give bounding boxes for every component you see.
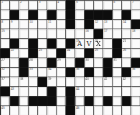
cell-r10c10[interactable] (85, 87, 94, 97)
cell-r9c11[interactable] (94, 77, 103, 87)
cell-r1c7[interactable]: 4 (57, 1, 66, 11)
cell-r4c6[interactable] (47, 29, 56, 39)
cell-r3c11[interactable]: 12 (94, 20, 103, 30)
cell-r2c1[interactable] (1, 10, 10, 20)
clue-number: 39 (48, 78, 51, 81)
cell-r4c1[interactable]: 15 (1, 29, 10, 39)
block-r3c8 (66, 20, 75, 30)
cell-r10c14[interactable] (122, 87, 131, 97)
cell-r7c5[interactable] (38, 58, 47, 68)
clue-number: 22 (11, 49, 14, 52)
cell-r12c15[interactable] (131, 106, 140, 115)
cell-r3c7[interactable] (57, 20, 66, 30)
clue-number: 44 (76, 87, 79, 90)
block-r2c6 (47, 10, 56, 20)
cell-r2c5[interactable] (38, 10, 47, 20)
cell-r6c15[interactable] (131, 49, 140, 59)
cell-r3c6[interactable]: 11 (47, 20, 56, 30)
cell-r5c9[interactable]: 19A (75, 39, 84, 49)
cell-r4c12[interactable]: 17 (103, 29, 112, 39)
block-r3c15 (131, 20, 140, 30)
cell-r3c12[interactable]: 13 (103, 20, 112, 30)
cell-r12c11[interactable] (94, 106, 103, 115)
clue-number: 37 (1, 78, 4, 81)
block-r11c8 (66, 96, 75, 106)
cell-r9c7[interactable] (57, 77, 66, 87)
cell-r11c3[interactable] (19, 96, 28, 106)
block-r11c6 (47, 96, 56, 106)
block-r10c1 (1, 87, 10, 97)
cell-r10c5[interactable] (38, 87, 47, 97)
clue-number: 46 (76, 106, 79, 109)
cell-r11c9[interactable] (75, 96, 84, 106)
cell-r2c9[interactable] (75, 10, 84, 20)
cell-r12c4[interactable] (29, 106, 38, 115)
clue-number: 2 (20, 1, 22, 4)
cell-r9c14[interactable]: 42 (122, 77, 131, 87)
clue-number: 27 (1, 58, 4, 61)
cell-r7c8[interactable] (66, 58, 75, 68)
cell-r9c9[interactable] (75, 77, 84, 87)
cell-r4c8[interactable] (66, 29, 75, 39)
clue-number: 5 (76, 1, 78, 4)
cell-r5c11[interactable]: 20X (94, 39, 103, 49)
cell-r9c15[interactable] (131, 77, 140, 87)
block-r6c7 (57, 49, 66, 59)
cell-r6c8[interactable]: 24 (66, 49, 75, 59)
cell-r3c9[interactable] (75, 20, 84, 30)
cell-r9c12[interactable]: 41 (103, 77, 112, 87)
clue-number: 15 (1, 30, 4, 33)
block-r3c10 (85, 20, 94, 30)
cell-r7c10[interactable]: 30 (85, 58, 94, 68)
cell-r4c14[interactable] (122, 29, 131, 39)
cell-r5c12[interactable] (103, 39, 112, 49)
cell-r10c3[interactable] (19, 87, 28, 97)
block-r11c10 (85, 96, 94, 106)
block-r6c1 (1, 49, 10, 59)
block-r8c14 (122, 68, 131, 78)
block-r8c12 (103, 68, 112, 78)
clue-number: 4 (57, 1, 59, 4)
cell-r11c15[interactable] (131, 96, 140, 106)
clue-number: 38 (20, 78, 23, 81)
clue-number: 18 (132, 30, 135, 33)
cell-r6c5[interactable]: 23 (38, 49, 47, 59)
cell-r11c11[interactable] (94, 96, 103, 106)
cell-r12c6[interactable] (47, 106, 56, 115)
cell-r9c3[interactable]: 38 (19, 77, 28, 87)
clue-number: 45 (1, 106, 4, 109)
block-r4c11 (94, 29, 103, 39)
cell-r6c11[interactable]: 25 (94, 49, 103, 59)
cell-letter: A (75, 39, 84, 48)
block-r2c4 (29, 10, 38, 20)
clue-number: 40 (85, 78, 88, 81)
cell-r4c9[interactable] (75, 29, 84, 39)
clue-number: 1 (1, 1, 3, 4)
cell-r8c15[interactable]: 36 (131, 68, 140, 78)
cell-r12c5[interactable] (38, 106, 47, 115)
cell-r10c2[interactable]: 43 (10, 87, 19, 97)
clue-number: 32 (1, 68, 4, 71)
block-r10c8 (66, 87, 75, 97)
cell-r9c13[interactable] (113, 77, 122, 87)
cell-r7c14[interactable] (122, 58, 131, 68)
cell-r5c10[interactable]: V (85, 39, 94, 49)
cell-r1c2[interactable] (10, 1, 19, 11)
cell-r3c4[interactable]: 10 (29, 20, 38, 30)
cell-r9c8[interactable] (66, 77, 75, 87)
cell-r7c11[interactable] (94, 58, 103, 68)
block-r7c15 (131, 58, 140, 68)
cell-r7c13[interactable]: 31 (113, 58, 122, 68)
cell-r5c5[interactable] (38, 39, 47, 49)
cell-r2c3[interactable] (19, 10, 28, 20)
clue-number: 21 (123, 39, 126, 42)
block-r8c3 (19, 68, 28, 78)
block-r6c10 (85, 49, 94, 59)
clue-number: 11 (48, 20, 51, 23)
clue-number: 23 (39, 49, 42, 52)
cell-r4c5[interactable] (38, 29, 47, 39)
cell-r3c13[interactable] (113, 20, 122, 30)
block-r7c12 (103, 58, 112, 68)
cell-r4c2[interactable] (10, 29, 19, 39)
cell-r4c4[interactable] (29, 29, 38, 39)
cell-r8c1[interactable]: 32 (1, 68, 10, 78)
cell-r2c13[interactable] (113, 10, 122, 20)
cell-r6c2[interactable]: 22 (10, 49, 19, 59)
block-r7c9 (75, 58, 84, 68)
cell-r1c3[interactable]: 2 (19, 1, 28, 11)
clue-number: 7 (132, 1, 134, 4)
cell-r12c7[interactable] (57, 106, 66, 115)
cell-r1c4[interactable] (29, 1, 38, 11)
cell-r1c15[interactable]: 7 (131, 1, 140, 11)
cell-r8c2[interactable] (10, 68, 19, 78)
cell-r6c12[interactable] (103, 49, 112, 59)
cell-letter: X (94, 39, 103, 48)
cell-r12c13[interactable] (113, 106, 122, 115)
block-r2c8 (66, 10, 75, 20)
cell-r9c4[interactable] (29, 77, 38, 87)
block-r11c12 (103, 96, 112, 106)
clue-number: 12 (95, 20, 98, 23)
cell-r4c15[interactable]: 18 (131, 29, 140, 39)
cell-r5c1[interactable] (1, 39, 10, 49)
crossword-screenshot: 12345678910111213141516171819AV20X212223… (0, 0, 140, 115)
cell-r1c6[interactable] (47, 1, 56, 11)
cell-r10c12[interactable] (103, 87, 112, 97)
cell-r1c11[interactable] (94, 1, 103, 11)
clue-number: 17 (104, 30, 107, 33)
block-r5c4 (29, 39, 38, 49)
block-r2c11 (94, 10, 103, 20)
clue-number: 31 (113, 58, 116, 61)
block-r2c2 (10, 10, 19, 20)
clue-number: 35 (76, 68, 79, 71)
cell-r4c7[interactable] (57, 29, 66, 39)
block-r6c4 (29, 49, 38, 59)
cell-r10c4[interactable] (29, 87, 38, 97)
cell-r1c13[interactable]: 6 (113, 1, 122, 11)
cell-r6c6[interactable] (47, 49, 56, 59)
cell-r10c7[interactable] (57, 87, 66, 97)
cell-r8c11[interactable] (94, 68, 103, 78)
block-r11c5 (38, 96, 47, 106)
cell-r8c7[interactable] (57, 68, 66, 78)
cell-r5c15[interactable] (131, 39, 140, 49)
cell-r8c9[interactable]: 35 (75, 68, 84, 78)
cell-r12c3[interactable] (19, 106, 28, 115)
cell-r12c14[interactable] (122, 106, 131, 115)
cell-r11c7[interactable] (57, 96, 66, 106)
cell-r9c6[interactable]: 39 (47, 77, 56, 87)
block-r5c8 (66, 39, 75, 49)
cell-r7c2[interactable] (10, 58, 19, 68)
cell-r7c7[interactable]: 29 (57, 58, 66, 68)
block-r8c10 (85, 68, 94, 78)
block-r10c6 (47, 87, 56, 97)
clue-number: 8 (1, 20, 3, 23)
cell-r9c2[interactable] (10, 77, 19, 87)
cell-r9c10[interactable]: 40 (85, 77, 94, 87)
block-r11c14 (122, 96, 131, 106)
clue-number: 9 (11, 20, 13, 23)
cell-r3c1[interactable]: 8 (1, 20, 10, 30)
clue-number: 42 (123, 78, 126, 81)
cell-r3c14[interactable]: 14 (122, 20, 131, 30)
block-r9c5 (38, 77, 47, 87)
block-r7c3 (19, 58, 28, 68)
clue-number: 28 (29, 58, 32, 61)
cell-r10c11[interactable] (94, 87, 103, 97)
cell-r12c12[interactable] (103, 106, 112, 115)
cell-r2c15[interactable] (131, 10, 140, 20)
cell-r4c13[interactable] (113, 29, 122, 39)
block-r12c8 (66, 106, 75, 115)
cell-r6c14[interactable]: 26 (122, 49, 131, 59)
cell-r6c9[interactable] (75, 49, 84, 59)
cell-r4c10[interactable]: 16 (85, 29, 94, 39)
block-r5c6 (47, 39, 56, 49)
cell-letter: V (85, 39, 94, 48)
block-r2c14 (122, 10, 131, 20)
cell-r8c5[interactable] (38, 68, 47, 78)
clue-number: 13 (104, 20, 107, 23)
cell-r1c12[interactable] (103, 1, 112, 11)
clue-number: 29 (57, 58, 60, 61)
cell-r10c15[interactable] (131, 87, 140, 97)
clue-number: 14 (123, 20, 126, 23)
block-r11c4 (29, 96, 38, 106)
cell-r11c1[interactable] (1, 96, 10, 106)
cell-r1c10[interactable] (85, 1, 94, 11)
block-r5c2 (10, 39, 19, 49)
block-r1c8 (66, 1, 75, 11)
clue-number: 36 (132, 68, 135, 71)
cell-r5c7[interactable] (57, 39, 66, 49)
clue-number: 10 (29, 20, 32, 23)
block-r2c12 (103, 10, 112, 20)
cell-r1c9[interactable]: 5 (75, 1, 84, 11)
clue-number: 6 (113, 1, 115, 4)
cell-r12c2[interactable] (10, 106, 19, 115)
cell-r3c5[interactable] (38, 20, 47, 30)
clue-number: 16 (85, 30, 88, 33)
block-r5c13 (113, 39, 122, 49)
clue-number: 24 (67, 49, 70, 52)
clue-number: 34 (48, 68, 51, 71)
cell-r1c5[interactable]: 3 (38, 1, 47, 11)
cell-r1c1[interactable]: 1 (1, 1, 10, 11)
cell-r2c7[interactable] (57, 10, 66, 20)
block-r2c10 (85, 10, 94, 20)
cell-r10c13[interactable] (113, 87, 122, 97)
cell-r12c1[interactable]: 45 (1, 106, 10, 115)
cell-r8c13[interactable] (113, 68, 122, 78)
cell-r8c4[interactable]: 33 (29, 68, 38, 78)
clue-number: 43 (11, 87, 14, 90)
block-r11c2 (10, 96, 19, 106)
cell-r3c2[interactable]: 9 (10, 20, 19, 30)
cell-r7c1[interactable]: 27 (1, 58, 10, 68)
cell-r3c3[interactable] (19, 20, 28, 30)
cell-r10c9[interactable]: 44 (75, 87, 84, 97)
cell-r8c6[interactable]: 34 (47, 68, 56, 78)
clue-number: 25 (95, 49, 98, 52)
cell-r11c13[interactable] (113, 96, 122, 106)
clue-number: 26 (123, 49, 126, 52)
cell-r6c3[interactable] (19, 49, 28, 59)
cell-r9c1[interactable]: 37 (1, 77, 10, 87)
block-r6c13 (113, 49, 122, 59)
cell-r5c3[interactable] (19, 39, 28, 49)
clue-number: 30 (85, 58, 88, 61)
cell-r4c3[interactable] (19, 29, 28, 39)
block-r7c6 (47, 58, 56, 68)
crossword-grid: 12345678910111213141516171819AV20X212223… (0, 0, 140, 115)
block-r8c8 (66, 68, 75, 78)
cell-r12c10[interactable] (85, 106, 94, 115)
clue-number: 41 (104, 78, 107, 81)
cell-r7c4[interactable]: 28 (29, 58, 38, 68)
cell-r12c9[interactable]: 46 (75, 106, 84, 115)
cell-r1c14[interactable] (122, 1, 131, 11)
cell-r5c14[interactable]: 21 (122, 39, 131, 49)
clue-number: 3 (39, 1, 41, 4)
clue-number: 33 (29, 68, 32, 71)
